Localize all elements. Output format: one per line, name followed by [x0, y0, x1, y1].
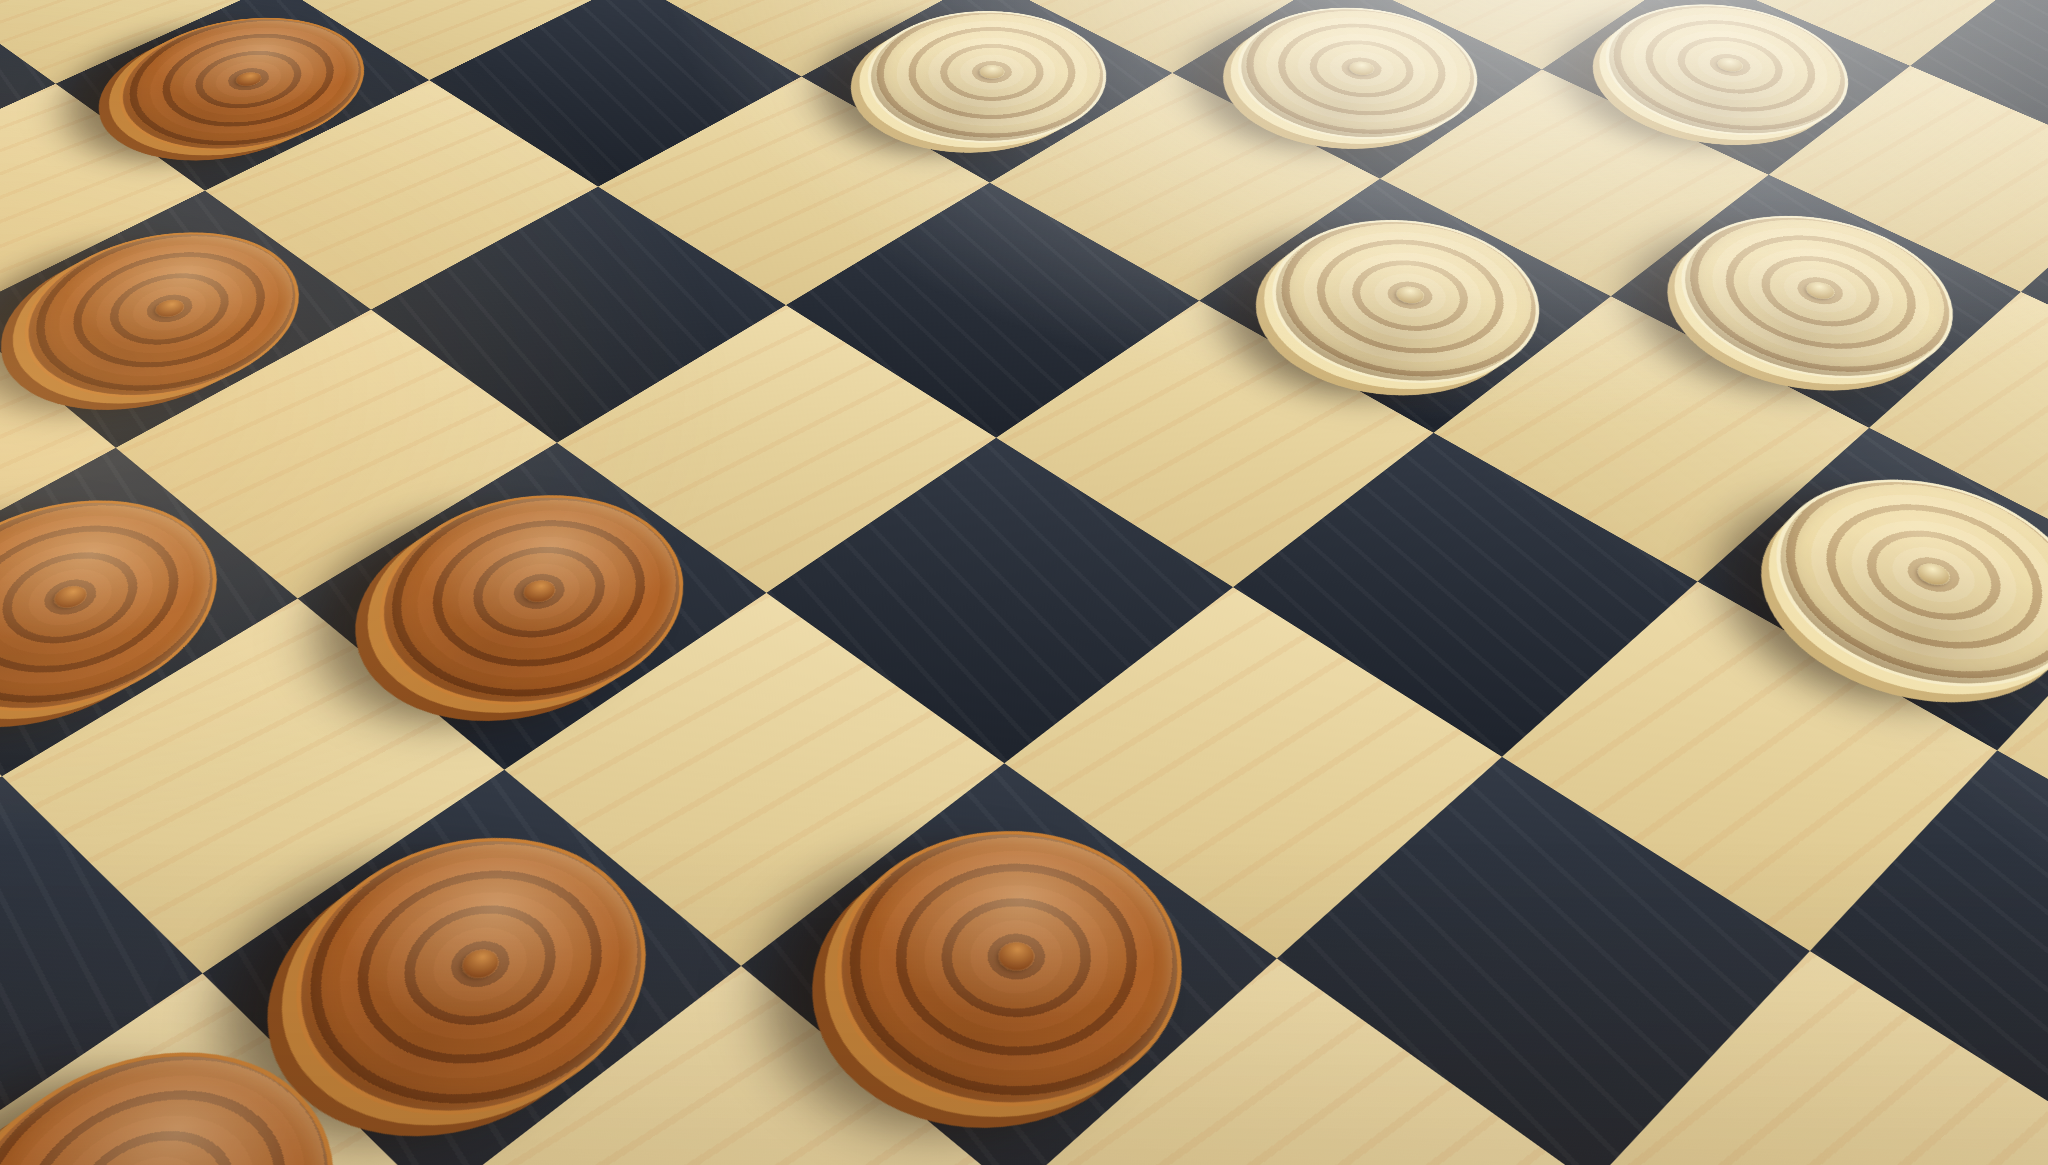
checkers-photo-stage	[0, 0, 2048, 1165]
checkers-board	[0, 0, 2048, 1165]
